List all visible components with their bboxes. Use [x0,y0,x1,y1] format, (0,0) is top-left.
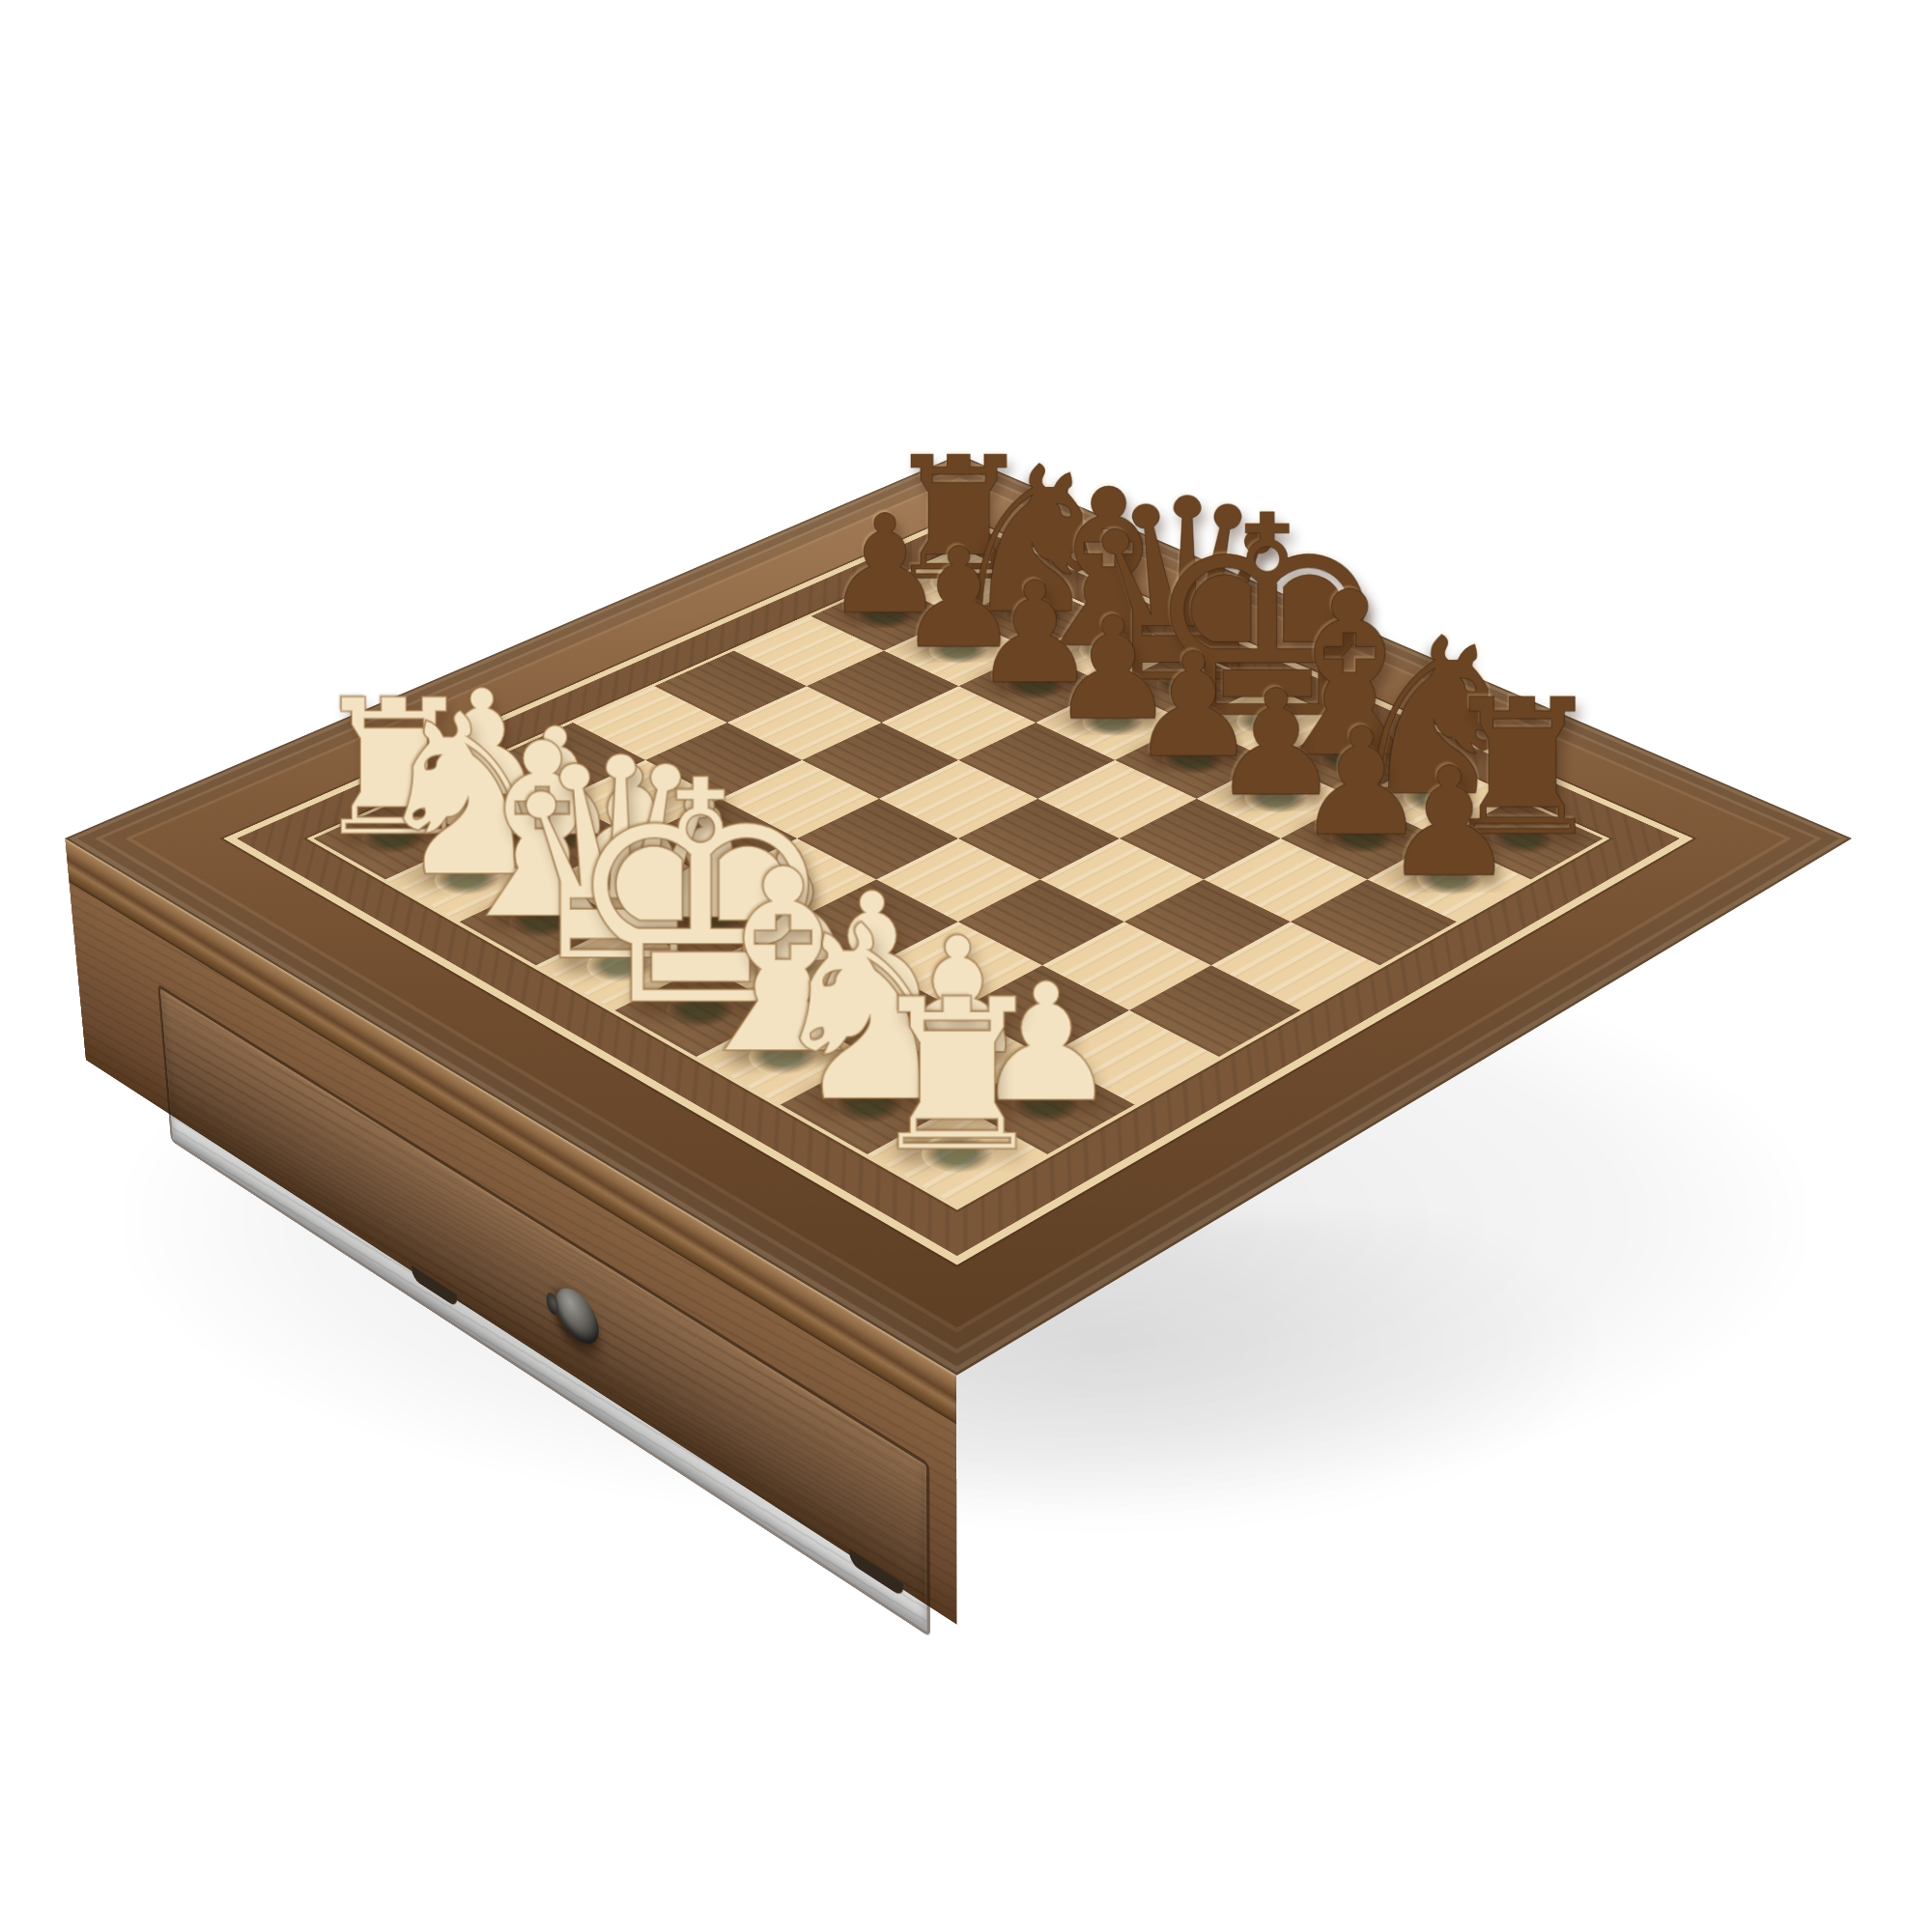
black-pawn-icon: ♟ [1302,748,1597,898]
perspective-wrapper: ♜♞♝♛♚♝♞♜♟♟♟♟♟♟♟♟♟♟♟♟♟♟♟♟♜♞♝♛♚♝♞♜ [0,0,1932,1932]
chess-box-top: ♜♞♝♛♚♝♞♜♟♟♟♟♟♟♟♟♟♟♟♟♟♟♟♟♜♞♝♛♚♝♞♜ [65,455,1852,1376]
product-photo-scene: ♜♞♝♛♚♝♞♜♟♟♟♟♟♟♟♟♟♟♟♟♟♟♟♟♜♞♝♛♚♝♞♜ [0,0,1932,1932]
drawer-knob [554,1278,600,1354]
white-rook-icon: ♜ [795,972,1119,1181]
